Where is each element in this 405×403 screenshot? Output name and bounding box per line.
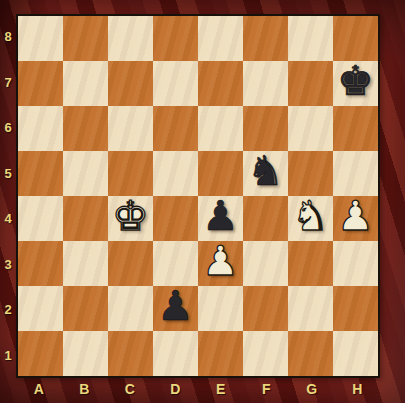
square-d1[interactable] [153,331,198,376]
rank-labels: 87654321 [0,14,16,378]
chessboard-frame: ♚♞♚♟♞♟♟♟ 87654321 ABCDEFGH [0,0,405,403]
square-e2[interactable] [198,286,243,331]
rank-label-2: 2 [0,287,16,333]
square-c5[interactable] [108,151,153,196]
white-pawn-e3[interactable]: ♟ [202,241,239,282]
file-label-d: D [153,377,199,401]
square-f1[interactable] [243,331,288,376]
square-c7[interactable] [108,61,153,106]
square-a4[interactable] [18,196,63,241]
square-a5[interactable] [18,151,63,196]
square-g6[interactable] [288,106,333,151]
file-label-b: B [62,377,108,401]
square-b3[interactable] [63,241,108,286]
square-g3[interactable] [288,241,333,286]
rank-label-5: 5 [0,151,16,197]
white-pawn-h4[interactable]: ♟ [337,196,374,237]
square-g1[interactable] [288,331,333,376]
square-h1[interactable] [333,331,378,376]
square-a2[interactable] [18,286,63,331]
square-a6[interactable] [18,106,63,151]
square-e8[interactable] [198,16,243,61]
square-f7[interactable] [243,61,288,106]
square-c2[interactable] [108,286,153,331]
square-f3[interactable] [243,241,288,286]
square-f4[interactable] [243,196,288,241]
white-king-c4[interactable]: ♚ [112,196,149,237]
square-g8[interactable] [288,16,333,61]
square-b6[interactable] [63,106,108,151]
square-h5[interactable] [333,151,378,196]
square-d2[interactable]: ♟ [153,286,198,331]
square-e5[interactable] [198,151,243,196]
square-g5[interactable] [288,151,333,196]
square-b1[interactable] [63,331,108,376]
file-label-c: C [107,377,153,401]
square-e4[interactable]: ♟ [198,196,243,241]
file-labels: ABCDEFGH [16,377,380,401]
square-b8[interactable] [63,16,108,61]
square-e3[interactable]: ♟ [198,241,243,286]
square-a1[interactable] [18,331,63,376]
square-c6[interactable] [108,106,153,151]
rank-label-7: 7 [0,60,16,106]
square-c4[interactable]: ♚ [108,196,153,241]
square-d7[interactable] [153,61,198,106]
rank-label-3: 3 [0,242,16,288]
square-e6[interactable] [198,106,243,151]
square-g2[interactable] [288,286,333,331]
black-pawn-e4[interactable]: ♟ [202,196,239,237]
square-d5[interactable] [153,151,198,196]
black-pawn-d2[interactable]: ♟ [157,286,194,327]
rank-label-1: 1 [0,333,16,379]
square-a3[interactable] [18,241,63,286]
square-f5[interactable]: ♞ [243,151,288,196]
file-label-a: A [16,377,62,401]
square-b4[interactable] [63,196,108,241]
square-d4[interactable] [153,196,198,241]
square-b7[interactable] [63,61,108,106]
square-a7[interactable] [18,61,63,106]
square-h2[interactable] [333,286,378,331]
square-a8[interactable] [18,16,63,61]
square-h3[interactable] [333,241,378,286]
file-label-g: G [289,377,335,401]
rank-label-4: 4 [0,196,16,242]
square-b2[interactable] [63,286,108,331]
square-g4[interactable]: ♞ [288,196,333,241]
square-f6[interactable] [243,106,288,151]
square-c3[interactable] [108,241,153,286]
square-d3[interactable] [153,241,198,286]
square-g7[interactable] [288,61,333,106]
rank-label-6: 6 [0,105,16,151]
rank-label-8: 8 [0,14,16,60]
square-h6[interactable] [333,106,378,151]
chess-board: ♚♞♚♟♞♟♟♟ [16,14,380,378]
square-f2[interactable] [243,286,288,331]
square-d6[interactable] [153,106,198,151]
square-e7[interactable] [198,61,243,106]
white-knight-g4[interactable]: ♞ [292,196,329,237]
square-h8[interactable] [333,16,378,61]
square-c1[interactable] [108,331,153,376]
black-king-h7[interactable]: ♚ [337,61,374,102]
file-label-f: F [244,377,290,401]
file-label-h: H [335,377,381,401]
square-c8[interactable] [108,16,153,61]
square-f8[interactable] [243,16,288,61]
square-h4[interactable]: ♟ [333,196,378,241]
square-b5[interactable] [63,151,108,196]
square-h7[interactable]: ♚ [333,61,378,106]
square-d8[interactable] [153,16,198,61]
file-label-e: E [198,377,244,401]
black-knight-f5[interactable]: ♞ [247,151,284,192]
square-e1[interactable] [198,331,243,376]
